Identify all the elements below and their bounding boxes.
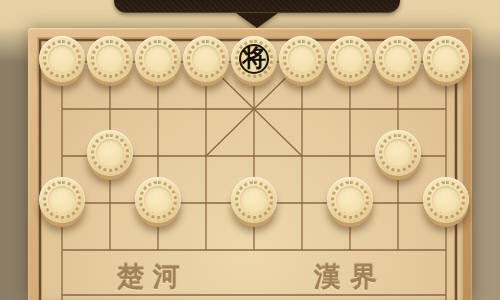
piece-facedown-f9r0[interactable] xyxy=(423,36,469,82)
piece-facedown-f8r0[interactable] xyxy=(375,36,421,82)
piece-face xyxy=(96,139,124,167)
piece-face xyxy=(48,186,76,214)
piece-facedown-f9r3[interactable] xyxy=(423,177,469,223)
piece-facedown-f1r3[interactable] xyxy=(39,177,85,223)
piece-facedown-f2r0[interactable] xyxy=(87,36,133,82)
piece-face xyxy=(336,186,364,214)
game-screen: 楚河 漢界 将 xyxy=(0,0,500,300)
piece-black-general[interactable]: 将 xyxy=(231,36,277,82)
piece-facedown-f7r0[interactable] xyxy=(327,36,373,82)
piece-character: 将 xyxy=(242,46,266,70)
piece-facedown-f6r0[interactable] xyxy=(279,36,325,82)
piece-face xyxy=(384,139,412,167)
piece-face: 将 xyxy=(239,44,269,74)
piece-face xyxy=(96,45,124,73)
piece-face xyxy=(384,45,412,73)
piece-facedown-f5r3[interactable] xyxy=(231,177,277,223)
piece-face xyxy=(192,45,220,73)
top-banner xyxy=(114,0,400,13)
river-label-chuhe: 楚河 xyxy=(117,262,189,292)
piece-face xyxy=(144,186,172,214)
piece-face xyxy=(240,186,268,214)
piece-facedown-f7r3[interactable] xyxy=(327,177,373,223)
banner-arrow-icon xyxy=(236,13,278,28)
piece-facedown-f8r2[interactable] xyxy=(375,130,421,176)
piece-face xyxy=(432,186,460,214)
piece-face xyxy=(336,45,364,73)
piece-facedown-f2r2[interactable] xyxy=(87,130,133,176)
banner-texture xyxy=(114,0,400,13)
piece-facedown-f3r0[interactable] xyxy=(135,36,181,82)
piece-facedown-f1r0[interactable] xyxy=(39,36,85,82)
piece-facedown-f4r0[interactable] xyxy=(183,36,229,82)
piece-face xyxy=(144,45,172,73)
piece-face xyxy=(48,45,76,73)
piece-facedown-f3r3[interactable] xyxy=(135,177,181,223)
piece-face xyxy=(288,45,316,73)
piece-face xyxy=(432,45,460,73)
river-label-hanjie: 漢界 xyxy=(314,262,386,292)
